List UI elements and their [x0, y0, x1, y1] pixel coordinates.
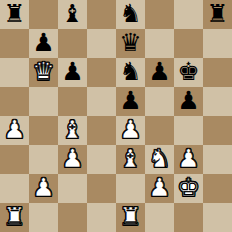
- black-queen[interactable]: ♛: [119, 28, 141, 57]
- square-f2[interactable]: ♟: [145, 174, 174, 203]
- white-bishop[interactable]: ♝: [119, 144, 141, 173]
- square-f1[interactable]: [145, 203, 174, 232]
- square-h2[interactable]: [203, 174, 232, 203]
- square-b7[interactable]: ♟: [29, 29, 58, 58]
- black-knight[interactable]: ♞: [119, 0, 141, 28]
- square-a2[interactable]: [0, 174, 29, 203]
- square-f8[interactable]: [145, 0, 174, 29]
- black-pawn[interactable]: ♟: [119, 86, 141, 115]
- square-g3[interactable]: ♟: [174, 145, 203, 174]
- chess-board: ♜♝♞♜♟♛♛♟♞♟♚♟♟♟♝♟♟♝♞♟♟♟♚♜♜: [0, 0, 232, 232]
- white-pawn[interactable]: ♟: [177, 144, 199, 173]
- square-g8[interactable]: [174, 0, 203, 29]
- black-rook[interactable]: ♜: [206, 0, 228, 28]
- square-e8[interactable]: ♞: [116, 0, 145, 29]
- square-h5[interactable]: [203, 87, 232, 116]
- black-pawn[interactable]: ♟: [32, 28, 54, 57]
- square-a4[interactable]: ♟: [0, 116, 29, 145]
- black-pawn[interactable]: ♟: [61, 57, 83, 86]
- square-b3[interactable]: [29, 145, 58, 174]
- white-pawn[interactable]: ♟: [3, 115, 25, 144]
- white-rook[interactable]: ♜: [119, 202, 141, 231]
- square-d5[interactable]: [87, 87, 116, 116]
- white-bishop[interactable]: ♝: [61, 115, 83, 144]
- square-e3[interactable]: ♝: [116, 145, 145, 174]
- square-c2[interactable]: [58, 174, 87, 203]
- square-f4[interactable]: [145, 116, 174, 145]
- square-f7[interactable]: [145, 29, 174, 58]
- square-c7[interactable]: [58, 29, 87, 58]
- square-b1[interactable]: [29, 203, 58, 232]
- white-king[interactable]: ♚: [177, 173, 199, 202]
- square-h4[interactable]: [203, 116, 232, 145]
- black-bishop[interactable]: ♝: [61, 0, 83, 28]
- square-h7[interactable]: [203, 29, 232, 58]
- square-g4[interactable]: [174, 116, 203, 145]
- square-f3[interactable]: ♞: [145, 145, 174, 174]
- black-king[interactable]: ♚: [177, 57, 199, 86]
- white-queen[interactable]: ♛: [32, 57, 54, 86]
- square-e7[interactable]: ♛: [116, 29, 145, 58]
- square-g5[interactable]: ♟: [174, 87, 203, 116]
- square-e2[interactable]: [116, 174, 145, 203]
- square-d1[interactable]: [87, 203, 116, 232]
- square-g6[interactable]: ♚: [174, 58, 203, 87]
- white-pawn[interactable]: ♟: [119, 115, 141, 144]
- square-c3[interactable]: ♟: [58, 145, 87, 174]
- white-pawn[interactable]: ♟: [61, 144, 83, 173]
- square-b8[interactable]: [29, 0, 58, 29]
- black-pawn[interactable]: ♟: [177, 86, 199, 115]
- square-b2[interactable]: ♟: [29, 174, 58, 203]
- square-h3[interactable]: [203, 145, 232, 174]
- square-a8[interactable]: ♜: [0, 0, 29, 29]
- square-d8[interactable]: [87, 0, 116, 29]
- square-b4[interactable]: [29, 116, 58, 145]
- black-knight[interactable]: ♞: [119, 57, 141, 86]
- square-a6[interactable]: [0, 58, 29, 87]
- square-g1[interactable]: [174, 203, 203, 232]
- black-rook[interactable]: ♜: [3, 0, 25, 28]
- white-knight[interactable]: ♞: [148, 144, 170, 173]
- square-e5[interactable]: ♟: [116, 87, 145, 116]
- square-h8[interactable]: ♜: [203, 0, 232, 29]
- square-f5[interactable]: [145, 87, 174, 116]
- square-b6[interactable]: ♛: [29, 58, 58, 87]
- square-d7[interactable]: [87, 29, 116, 58]
- white-pawn[interactable]: ♟: [32, 173, 54, 202]
- square-c5[interactable]: [58, 87, 87, 116]
- square-a3[interactable]: [0, 145, 29, 174]
- square-c8[interactable]: ♝: [58, 0, 87, 29]
- square-g2[interactable]: ♚: [174, 174, 203, 203]
- square-a7[interactable]: [0, 29, 29, 58]
- square-a1[interactable]: ♜: [0, 203, 29, 232]
- square-c4[interactable]: ♝: [58, 116, 87, 145]
- square-e4[interactable]: ♟: [116, 116, 145, 145]
- white-rook[interactable]: ♜: [3, 202, 25, 231]
- square-c6[interactable]: ♟: [58, 58, 87, 87]
- square-e6[interactable]: ♞: [116, 58, 145, 87]
- square-d4[interactable]: [87, 116, 116, 145]
- square-h1[interactable]: [203, 203, 232, 232]
- square-a5[interactable]: [0, 87, 29, 116]
- square-e1[interactable]: ♜: [116, 203, 145, 232]
- square-d6[interactable]: [87, 58, 116, 87]
- square-h6[interactable]: [203, 58, 232, 87]
- black-pawn[interactable]: ♟: [148, 57, 170, 86]
- square-d3[interactable]: [87, 145, 116, 174]
- square-g7[interactable]: [174, 29, 203, 58]
- square-d2[interactable]: [87, 174, 116, 203]
- white-pawn[interactable]: ♟: [148, 173, 170, 202]
- square-b5[interactable]: [29, 87, 58, 116]
- square-f6[interactable]: ♟: [145, 58, 174, 87]
- square-c1[interactable]: [58, 203, 87, 232]
